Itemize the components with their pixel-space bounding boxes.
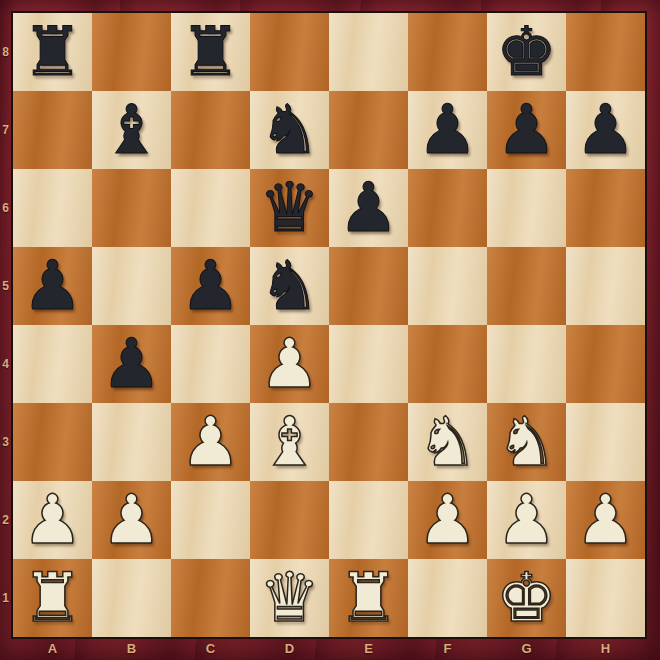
square-b5[interactable] [92, 247, 171, 325]
white-rook-piece: ♜ [22, 559, 83, 637]
black-bishop-piece: ♝ [101, 91, 162, 169]
rank-label-5: 5 [0, 247, 11, 325]
file-coordinates: ABCDEFGH [13, 639, 645, 660]
white-pawn-piece: ♟ [22, 481, 83, 559]
square-e4[interactable] [329, 325, 408, 403]
square-e7[interactable] [329, 91, 408, 169]
square-e6[interactable]: ♟ [329, 169, 408, 247]
black-rook-piece: ♜ [180, 13, 241, 91]
rank-label-1: 1 [0, 559, 11, 637]
square-d2[interactable] [250, 481, 329, 559]
square-b7[interactable]: ♝ [92, 91, 171, 169]
rank-label-8: 8 [0, 13, 11, 91]
square-g5[interactable] [487, 247, 566, 325]
square-f7[interactable]: ♟ [408, 91, 487, 169]
square-e3[interactable] [329, 403, 408, 481]
square-h7[interactable]: ♟ [566, 91, 645, 169]
square-f1[interactable] [408, 559, 487, 637]
black-king-piece: ♚ [496, 13, 557, 91]
square-f4[interactable] [408, 325, 487, 403]
square-e8[interactable] [329, 13, 408, 91]
square-b6[interactable] [92, 169, 171, 247]
square-a1[interactable]: ♜ [13, 559, 92, 637]
black-pawn-piece: ♟ [22, 247, 83, 325]
black-queen-piece: ♛ [259, 169, 320, 247]
square-a4[interactable] [13, 325, 92, 403]
square-e1[interactable]: ♜ [329, 559, 408, 637]
square-a2[interactable]: ♟ [13, 481, 92, 559]
square-e2[interactable] [329, 481, 408, 559]
square-c5[interactable]: ♟ [171, 247, 250, 325]
square-a6[interactable] [13, 169, 92, 247]
square-f8[interactable] [408, 13, 487, 91]
white-pawn-piece: ♟ [180, 403, 241, 481]
square-d7[interactable]: ♞ [250, 91, 329, 169]
file-label-b: B [92, 639, 171, 660]
white-pawn-piece: ♟ [259, 325, 320, 403]
file-label-e: E [329, 639, 408, 660]
square-b3[interactable] [92, 403, 171, 481]
white-pawn-piece: ♟ [575, 481, 636, 559]
square-d8[interactable] [250, 13, 329, 91]
square-b8[interactable] [92, 13, 171, 91]
black-knight-piece: ♞ [259, 91, 320, 169]
square-b4[interactable]: ♟ [92, 325, 171, 403]
white-pawn-piece: ♟ [417, 481, 478, 559]
file-label-a: A [13, 639, 92, 660]
square-g3[interactable]: ♞ [487, 403, 566, 481]
black-knight-piece: ♞ [259, 247, 320, 325]
square-d1[interactable]: ♛ [250, 559, 329, 637]
square-d4[interactable]: ♟ [250, 325, 329, 403]
file-label-f: F [408, 639, 487, 660]
white-king-piece: ♚ [496, 559, 557, 637]
black-pawn-piece: ♟ [180, 247, 241, 325]
square-c4[interactable] [171, 325, 250, 403]
square-g4[interactable] [487, 325, 566, 403]
square-f3[interactable]: ♞ [408, 403, 487, 481]
square-h3[interactable] [566, 403, 645, 481]
square-g1[interactable]: ♚ [487, 559, 566, 637]
rank-coordinates: 87654321 [0, 13, 11, 637]
square-c6[interactable] [171, 169, 250, 247]
black-pawn-piece: ♟ [417, 91, 478, 169]
square-c7[interactable] [171, 91, 250, 169]
white-knight-piece: ♞ [417, 403, 478, 481]
square-h4[interactable] [566, 325, 645, 403]
square-h2[interactable]: ♟ [566, 481, 645, 559]
square-h6[interactable] [566, 169, 645, 247]
white-bishop-piece: ♝ [259, 403, 320, 481]
rank-label-6: 6 [0, 169, 11, 247]
chess-app-window: ♜♜♚♝♞♟♟♟♛♟♟♟♞♟♟♟♝♞♞♟♟♟♟♟♜♛♜♚ 87654321 AB… [0, 0, 660, 660]
black-pawn-piece: ♟ [575, 91, 636, 169]
black-rook-piece: ♜ [22, 13, 83, 91]
square-h5[interactable] [566, 247, 645, 325]
square-d6[interactable]: ♛ [250, 169, 329, 247]
square-b2[interactable]: ♟ [92, 481, 171, 559]
white-queen-piece: ♛ [259, 559, 320, 637]
black-pawn-piece: ♟ [101, 325, 162, 403]
white-pawn-piece: ♟ [101, 481, 162, 559]
square-g2[interactable]: ♟ [487, 481, 566, 559]
square-c2[interactable] [171, 481, 250, 559]
square-a7[interactable] [13, 91, 92, 169]
square-e5[interactable] [329, 247, 408, 325]
white-rook-piece: ♜ [338, 559, 399, 637]
square-a3[interactable] [13, 403, 92, 481]
white-pawn-piece: ♟ [496, 481, 557, 559]
rank-label-4: 4 [0, 325, 11, 403]
square-c3[interactable]: ♟ [171, 403, 250, 481]
square-h1[interactable] [566, 559, 645, 637]
chess-board: ♜♜♚♝♞♟♟♟♛♟♟♟♞♟♟♟♝♞♞♟♟♟♟♟♜♛♜♚ [11, 11, 647, 639]
square-h8[interactable] [566, 13, 645, 91]
file-label-d: D [250, 639, 329, 660]
square-g7[interactable]: ♟ [487, 91, 566, 169]
square-g8[interactable]: ♚ [487, 13, 566, 91]
square-g6[interactable] [487, 169, 566, 247]
square-d5[interactable]: ♞ [250, 247, 329, 325]
black-pawn-piece: ♟ [496, 91, 557, 169]
file-label-c: C [171, 639, 250, 660]
square-b1[interactable] [92, 559, 171, 637]
file-label-h: H [566, 639, 645, 660]
square-f5[interactable] [408, 247, 487, 325]
square-f6[interactable] [408, 169, 487, 247]
square-f2[interactable]: ♟ [408, 481, 487, 559]
white-knight-piece: ♞ [496, 403, 557, 481]
rank-label-2: 2 [0, 481, 11, 559]
black-pawn-piece: ♟ [338, 169, 399, 247]
rank-label-7: 7 [0, 91, 11, 169]
square-c1[interactable] [171, 559, 250, 637]
square-c8[interactable]: ♜ [171, 13, 250, 91]
square-a8[interactable]: ♜ [13, 13, 92, 91]
rank-label-3: 3 [0, 403, 11, 481]
square-a5[interactable]: ♟ [13, 247, 92, 325]
square-d3[interactable]: ♝ [250, 403, 329, 481]
file-label-g: G [487, 639, 566, 660]
